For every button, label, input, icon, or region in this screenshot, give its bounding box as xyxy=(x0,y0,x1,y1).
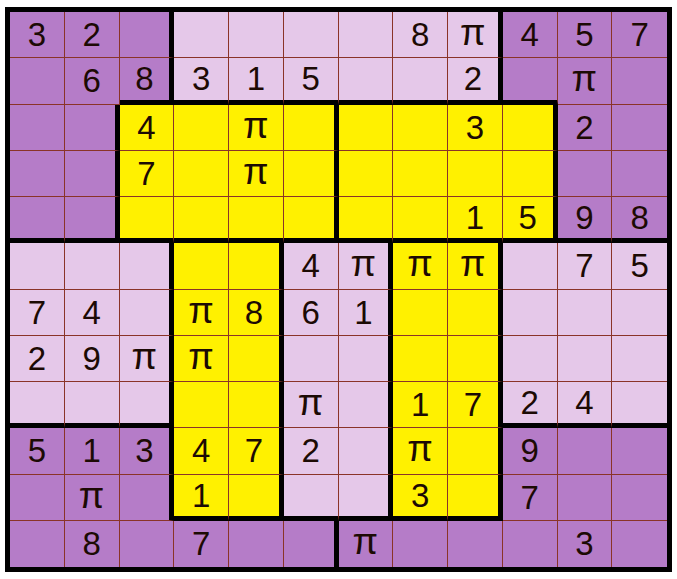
cell-r8c7[interactable] xyxy=(339,336,394,382)
digit-glyph: 4 xyxy=(82,296,100,329)
cell-r12c9[interactable] xyxy=(448,521,503,567)
cell-r8c4[interactable]: π xyxy=(174,336,229,382)
cell-r11c11[interactable] xyxy=(558,475,613,521)
cell-r5c9[interactable]: 1 xyxy=(448,197,503,243)
cell-r12c1[interactable] xyxy=(10,521,65,567)
cell-r5c8[interactable] xyxy=(393,197,448,243)
cell-r7c11[interactable] xyxy=(558,290,613,336)
cell-r10c6[interactable]: 2 xyxy=(284,428,339,474)
cell-r1c9[interactable]: π xyxy=(448,12,503,58)
cell-r10c10[interactable]: 9 xyxy=(503,428,558,474)
cell-r6c10[interactable] xyxy=(503,243,558,289)
cell-r4c6[interactable] xyxy=(284,151,339,197)
pi-glyph: π xyxy=(460,14,486,51)
cell-r4c4[interactable] xyxy=(174,151,229,197)
cell-r4c1[interactable] xyxy=(10,151,65,197)
cell-r9c4[interactable] xyxy=(174,382,229,428)
digit-glyph: 4 xyxy=(192,434,210,467)
cell-r10c8[interactable]: π xyxy=(393,428,448,474)
digit-glyph: 7 xyxy=(192,527,210,560)
cell-r1c7[interactable] xyxy=(339,12,394,58)
cell-r12c10[interactable] xyxy=(503,521,558,567)
digit-glyph: 2 xyxy=(520,386,538,419)
digit-glyph: 3 xyxy=(411,479,429,512)
digit-glyph: 4 xyxy=(137,111,155,144)
cell-r1c1[interactable]: 3 xyxy=(10,12,65,58)
digit-glyph: 1 xyxy=(82,434,100,467)
pi-glyph: π xyxy=(188,338,214,375)
cell-r3c3[interactable]: 4 xyxy=(120,105,175,151)
cell-r1c2[interactable]: 2 xyxy=(65,12,120,58)
digit-glyph: 2 xyxy=(28,342,46,375)
cell-r6c5[interactable] xyxy=(229,243,284,289)
digit-glyph: 1 xyxy=(247,62,265,95)
cell-r4c7[interactable] xyxy=(339,151,394,197)
cell-r9c10[interactable]: 2 xyxy=(503,382,558,428)
digit-glyph: 3 xyxy=(192,62,210,95)
digit-glyph: 2 xyxy=(82,18,100,51)
digit-glyph: 2 xyxy=(464,62,482,95)
cell-r8c11[interactable] xyxy=(558,336,613,382)
pi-glyph: π xyxy=(407,245,433,282)
cell-r9c9[interactable]: 7 xyxy=(448,382,503,428)
digit-glyph: 4 xyxy=(301,249,319,282)
cell-r4c9[interactable] xyxy=(448,151,503,197)
cell-r9c11[interactable]: 4 xyxy=(558,382,613,428)
cell-r10c11[interactable] xyxy=(558,428,613,474)
cell-r10c3[interactable]: 3 xyxy=(120,428,175,474)
cell-r5c1[interactable] xyxy=(10,197,65,243)
digit-glyph: 9 xyxy=(520,434,538,467)
cell-r11c5[interactable] xyxy=(229,475,284,521)
cell-r1c4[interactable] xyxy=(174,12,229,58)
cell-r5c4[interactable] xyxy=(174,197,229,243)
pi-glyph: π xyxy=(298,384,324,421)
cell-r12c7[interactable]: π xyxy=(339,521,394,567)
pi-glyph: π xyxy=(243,107,269,144)
cell-r7c10[interactable] xyxy=(503,290,558,336)
digit-glyph: 1 xyxy=(354,296,372,329)
cell-r10c12[interactable] xyxy=(612,428,667,474)
cell-r7c4[interactable]: π xyxy=(174,290,229,336)
cell-r6c9[interactable]: π xyxy=(448,243,503,289)
digit-glyph: 2 xyxy=(575,111,593,144)
cell-r11c2[interactable]: π xyxy=(65,475,120,521)
cell-r1c10[interactable]: 4 xyxy=(503,12,558,58)
cell-r9c8[interactable]: 1 xyxy=(393,382,448,428)
digit-glyph: 8 xyxy=(411,18,429,51)
cell-r3c1[interactable] xyxy=(10,105,65,151)
pi-glyph: π xyxy=(407,430,433,467)
cell-r8c6[interactable] xyxy=(284,336,339,382)
pi-glyph: π xyxy=(353,523,379,560)
cell-r3c5[interactable]: π xyxy=(229,105,284,151)
cell-r10c2[interactable]: 1 xyxy=(65,428,120,474)
cell-r8c10[interactable] xyxy=(503,336,558,382)
pi-glyph: π xyxy=(132,338,158,375)
cell-r10c5[interactable]: 7 xyxy=(229,428,284,474)
cell-r11c1[interactable] xyxy=(10,475,65,521)
cell-r6c2[interactable] xyxy=(65,243,120,289)
digit-glyph: 1 xyxy=(466,201,484,234)
cell-r2c11[interactable]: π xyxy=(558,58,613,104)
cell-r5c12[interactable]: 8 xyxy=(612,197,667,243)
digit-glyph: 3 xyxy=(28,18,46,51)
cell-r2c5[interactable]: 1 xyxy=(229,58,284,104)
sudoku-board: 328π457683152π4π327π15984πππ7574π86129ππ… xyxy=(5,7,672,572)
cell-r11c4[interactable]: 1 xyxy=(174,475,229,521)
cell-r5c10[interactable]: 5 xyxy=(503,197,558,243)
cell-r5c2[interactable] xyxy=(65,197,120,243)
cell-r2c3[interactable]: 8 xyxy=(120,58,175,104)
cell-r5c6[interactable] xyxy=(284,197,339,243)
cell-r1c12[interactable]: 7 xyxy=(612,12,667,58)
cell-r1c11[interactable]: 5 xyxy=(558,12,613,58)
cell-r7c12[interactable] xyxy=(612,290,667,336)
digit-glyph: 9 xyxy=(82,342,100,375)
cell-r12c8[interactable] xyxy=(393,521,448,567)
digit-glyph: 5 xyxy=(575,18,593,51)
cell-r11c3[interactable] xyxy=(120,475,175,521)
cell-r12c11[interactable]: 3 xyxy=(558,521,613,567)
cell-r5c11[interactable]: 9 xyxy=(558,197,613,243)
cell-r7c7[interactable]: 1 xyxy=(339,290,394,336)
cell-r6c12[interactable]: 5 xyxy=(612,243,667,289)
cell-r1c6[interactable] xyxy=(284,12,339,58)
digit-glyph: 5 xyxy=(301,62,319,95)
cell-r3c9[interactable]: 3 xyxy=(448,105,503,151)
digit-glyph: 3 xyxy=(135,434,153,467)
cell-r11c10[interactable]: 7 xyxy=(503,475,558,521)
digit-glyph: 8 xyxy=(630,201,648,234)
cell-r4c11[interactable] xyxy=(558,151,613,197)
cell-r7c1[interactable]: 7 xyxy=(10,290,65,336)
cell-r9c2[interactable] xyxy=(65,382,120,428)
cell-r4c3[interactable]: 7 xyxy=(120,151,175,197)
digit-glyph: 4 xyxy=(520,18,538,51)
pi-glyph: π xyxy=(351,245,377,282)
cell-r3c11[interactable]: 2 xyxy=(558,105,613,151)
cell-r12c5[interactable] xyxy=(229,521,284,567)
cell-r8c1[interactable]: 2 xyxy=(10,336,65,382)
digit-glyph: 8 xyxy=(245,296,263,329)
cell-r12c3[interactable] xyxy=(120,521,175,567)
cell-r8c3[interactable]: π xyxy=(120,336,175,382)
cell-r7c6[interactable]: 6 xyxy=(284,290,339,336)
cell-r4c10[interactable] xyxy=(503,151,558,197)
digit-glyph: 6 xyxy=(301,296,319,329)
cell-r10c7[interactable] xyxy=(339,428,394,474)
cell-r5c5[interactable] xyxy=(229,197,284,243)
cell-r1c5[interactable] xyxy=(229,12,284,58)
cell-r10c9[interactable] xyxy=(448,428,503,474)
cell-r4c2[interactable] xyxy=(65,151,120,197)
cell-r6c6[interactable]: 4 xyxy=(284,243,339,289)
cell-r9c3[interactable] xyxy=(120,382,175,428)
cell-r2c9[interactable]: 2 xyxy=(448,58,503,104)
cell-r6c3[interactable] xyxy=(120,243,175,289)
cell-r1c8[interactable]: 8 xyxy=(393,12,448,58)
cell-r6c7[interactable]: π xyxy=(339,243,394,289)
digit-glyph: 7 xyxy=(630,18,648,51)
cell-r7c5[interactable]: 8 xyxy=(229,290,284,336)
digit-glyph: 7 xyxy=(245,434,263,467)
digit-glyph: 1 xyxy=(192,479,210,512)
cell-r2c12[interactable] xyxy=(612,58,667,104)
cell-r6c4[interactable] xyxy=(174,243,229,289)
cell-r7c3[interactable] xyxy=(120,290,175,336)
pi-glyph: π xyxy=(460,245,486,282)
cell-r3c2[interactable] xyxy=(65,105,120,151)
cell-r2c4[interactable]: 3 xyxy=(174,58,229,104)
cell-r2c2[interactable]: 6 xyxy=(65,58,120,104)
cell-r7c9[interactable] xyxy=(448,290,503,336)
pi-glyph: π xyxy=(243,153,269,190)
pi-glyph: π xyxy=(188,292,214,329)
cell-r4c5[interactable]: π xyxy=(229,151,284,197)
cell-r11c12[interactable] xyxy=(612,475,667,521)
digit-glyph: 6 xyxy=(82,64,100,97)
cell-r11c6[interactable] xyxy=(284,475,339,521)
cell-r3c8[interactable] xyxy=(393,105,448,151)
digit-glyph: 7 xyxy=(520,481,538,514)
cell-r6c1[interactable] xyxy=(10,243,65,289)
cell-r8c5[interactable] xyxy=(229,336,284,382)
cell-r4c12[interactable] xyxy=(612,151,667,197)
cell-r7c2[interactable]: 4 xyxy=(65,290,120,336)
cell-r6c8[interactable]: π xyxy=(393,243,448,289)
cell-r2c1[interactable] xyxy=(10,58,65,104)
digit-glyph: 7 xyxy=(137,157,155,190)
cell-r2c6[interactable]: 5 xyxy=(284,58,339,104)
cell-r7c8[interactable] xyxy=(393,290,448,336)
digit-glyph: 4 xyxy=(575,386,593,419)
pi-glyph: π xyxy=(79,477,105,514)
cell-r12c12[interactable] xyxy=(612,521,667,567)
cell-r5c7[interactable] xyxy=(339,197,394,243)
cell-r12c2[interactable]: 8 xyxy=(65,521,120,567)
cell-r3c7[interactable] xyxy=(339,105,394,151)
cell-r10c1[interactable]: 5 xyxy=(10,428,65,474)
cell-r11c9[interactable] xyxy=(448,475,503,521)
cell-r10c4[interactable]: 4 xyxy=(174,428,229,474)
digit-glyph: 7 xyxy=(575,249,593,282)
cell-r12c4[interactable]: 7 xyxy=(174,521,229,567)
cell-r9c6[interactable]: π xyxy=(284,382,339,428)
cell-r9c7[interactable] xyxy=(339,382,394,428)
cell-r8c8[interactable] xyxy=(393,336,448,382)
digit-glyph: 1 xyxy=(411,388,429,421)
digit-glyph: 3 xyxy=(466,111,484,144)
digit-glyph: 5 xyxy=(630,249,648,282)
digit-glyph: 2 xyxy=(301,434,319,467)
digit-glyph: 3 xyxy=(575,527,593,560)
cell-r3c4[interactable] xyxy=(174,105,229,151)
cell-r4c8[interactable] xyxy=(393,151,448,197)
cell-r3c6[interactable] xyxy=(284,105,339,151)
cell-r8c9[interactable] xyxy=(448,336,503,382)
cell-r8c12[interactable] xyxy=(612,336,667,382)
cell-r9c12[interactable] xyxy=(612,382,667,428)
cell-r9c5[interactable] xyxy=(229,382,284,428)
digit-glyph: 5 xyxy=(28,434,46,467)
cell-r8c2[interactable]: 9 xyxy=(65,336,120,382)
cell-r12c6[interactable] xyxy=(284,521,339,567)
digit-glyph: 5 xyxy=(518,201,536,234)
cell-r11c8[interactable]: 3 xyxy=(393,475,448,521)
cell-r6c11[interactable]: 7 xyxy=(558,243,613,289)
cell-r1c3[interactable] xyxy=(120,12,175,58)
cell-r2c8[interactable] xyxy=(393,58,448,104)
pi-glyph: π xyxy=(572,60,598,97)
cell-r2c7[interactable] xyxy=(339,58,394,104)
cell-r3c12[interactable] xyxy=(612,105,667,151)
cell-r9c1[interactable] xyxy=(10,382,65,428)
digit-glyph: 8 xyxy=(82,527,100,560)
digit-glyph: 8 xyxy=(135,62,153,95)
cell-r5c3[interactable] xyxy=(120,197,175,243)
cell-r3c10[interactable] xyxy=(503,105,558,151)
digit-glyph: 7 xyxy=(28,296,46,329)
cell-r2c10[interactable] xyxy=(503,58,558,104)
cell-r11c7[interactable] xyxy=(339,475,394,521)
digit-glyph: 7 xyxy=(464,388,482,421)
digit-glyph: 9 xyxy=(575,201,593,234)
